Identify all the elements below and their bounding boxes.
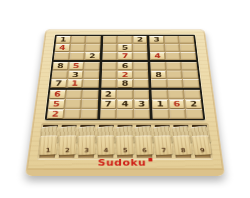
cell-r6c3[interactable] [83, 79, 99, 88]
cell-r9c6[interactable] [134, 109, 150, 118]
cell-r8c3[interactable] [82, 100, 98, 109]
tile-7-r3c5[interactable]: 7 [118, 53, 131, 60]
tray-slot-label: 8 [174, 148, 192, 154]
sudoku-logo: Sudoku [26, 158, 224, 167]
cell-r6c4[interactable] [101, 79, 117, 88]
cell-r9c8[interactable] [169, 109, 186, 118]
cell-r3c6[interactable] [133, 52, 148, 60]
tray-tile-stack-front[interactable]: 7 [154, 135, 173, 155]
cell-r9c7[interactable] [153, 109, 170, 118]
sudoku-grid: 142257348537162886522743162 [45, 35, 206, 121]
cell-r2c4[interactable] [102, 44, 117, 52]
cell-r4c1[interactable]: 8 [53, 62, 69, 70]
tile-6-r4c5[interactable]: 6 [118, 62, 131, 69]
tile-2-r3c3[interactable]: 2 [86, 53, 99, 60]
box-8: 2743 [100, 90, 150, 119]
tray-slot-6[interactable]: 6 [136, 125, 152, 158]
cell-r4c8[interactable] [166, 62, 182, 70]
cell-r1c6[interactable]: 2 [133, 36, 147, 43]
cell-r5c3[interactable] [84, 70, 100, 78]
cell-r9c2[interactable] [64, 109, 81, 118]
cell-r9c5[interactable] [117, 109, 133, 118]
tile-rack: 123456789 [37, 123, 213, 159]
cell-r9c1[interactable]: 2 [47, 109, 64, 118]
cell-r4c5[interactable]: 6 [117, 62, 132, 70]
tray-slot-2[interactable]: 2 [59, 125, 77, 158]
tile-2-r5c5[interactable]: 2 [118, 71, 131, 78]
tile-1-r6c2[interactable]: 1 [68, 80, 82, 87]
tray-slot-label: 1 [39, 148, 57, 154]
cell-r2c1[interactable]: 4 [55, 44, 70, 52]
box-3: 34 [149, 36, 196, 60]
box-1: 142 [54, 36, 101, 60]
cell-r9c3[interactable] [81, 109, 98, 118]
tray-tile-stack-front[interactable]: 6 [135, 135, 154, 155]
cell-r3c3[interactable]: 2 [85, 52, 100, 60]
cell-r3c9[interactable] [181, 52, 196, 60]
tray-slot-9[interactable]: 9 [192, 125, 211, 158]
cell-r7c2[interactable] [66, 90, 82, 99]
cell-r2c6[interactable] [133, 44, 148, 52]
tile-6-r7c1[interactable]: 6 [50, 91, 65, 98]
cell-r4c3[interactable] [84, 62, 99, 70]
cell-r6c2[interactable]: 1 [67, 79, 83, 88]
tray-slot-label: 5 [117, 148, 135, 154]
cell-r4c7[interactable] [151, 62, 166, 70]
tile-5-r2c5[interactable]: 5 [119, 44, 132, 50]
cell-r6c7[interactable] [151, 79, 167, 88]
cell-r4c2[interactable]: 5 [68, 62, 84, 70]
photo-background: 142257348537162886522743162 123456789 Su… [0, 0, 250, 198]
cell-r1c2[interactable] [71, 36, 86, 43]
sudoku-board: 142257348537162886522743162 123456789 Su… [25, 29, 225, 176]
cell-r2c3[interactable] [85, 44, 100, 52]
tray-slot-label: 9 [194, 148, 212, 154]
logo-mark-icon [148, 158, 152, 161]
cell-r4c6[interactable] [133, 62, 148, 70]
cell-r8c9[interactable]: 2 [185, 100, 202, 109]
cell-r8c4[interactable]: 7 [100, 100, 116, 109]
cell-r5c8[interactable] [167, 70, 183, 78]
cell-r8c8[interactable]: 6 [169, 100, 186, 109]
cell-r5c2[interactable]: 3 [68, 70, 84, 78]
tray-tile-stack-front[interactable]: 4 [97, 135, 115, 155]
tile-7-r6c1[interactable]: 7 [51, 80, 65, 87]
tray-slot-7[interactable]: 7 [155, 125, 172, 158]
cell-r1c8[interactable] [164, 36, 179, 43]
cell-r7c9[interactable] [184, 90, 200, 99]
cell-r5c9[interactable] [183, 70, 199, 78]
tile-2-r8c9[interactable]: 2 [186, 100, 201, 108]
cell-r4c4[interactable] [102, 62, 117, 70]
tray-tile-stack-front[interactable]: 3 [78, 135, 96, 155]
cell-r3c2[interactable] [69, 52, 84, 60]
cell-r8c2[interactable] [65, 100, 82, 109]
cell-r6c9[interactable] [183, 79, 199, 88]
cell-r9c4[interactable] [100, 109, 116, 118]
tile-4-r3c7[interactable]: 4 [151, 53, 164, 60]
cell-r8c6[interactable]: 3 [134, 100, 150, 109]
logo-text: Sudoku [98, 157, 147, 168]
cell-r2c9[interactable] [180, 44, 195, 52]
cell-r6c5[interactable]: 8 [117, 79, 132, 88]
cell-r6c8[interactable] [167, 79, 183, 88]
cell-r7c3[interactable] [82, 90, 98, 99]
cell-r1c7[interactable]: 3 [149, 36, 164, 43]
tile-2-r7c4[interactable]: 2 [101, 91, 115, 98]
cell-r1c9[interactable] [179, 36, 194, 43]
tray-tile-stack-front[interactable]: 2 [59, 135, 77, 155]
tray-tile-stack-front[interactable]: 8 [173, 135, 193, 155]
cell-r5c4[interactable] [101, 70, 116, 78]
tile-1-r8c7[interactable]: 1 [153, 100, 167, 108]
cell-r1c3[interactable] [86, 36, 101, 43]
tray-slot-1[interactable]: 1 [39, 125, 58, 158]
tray-slot-label: 3 [78, 148, 95, 154]
box-4: 85371 [50, 62, 99, 88]
tile-8-r4c1[interactable]: 8 [53, 62, 67, 69]
tile-5-r8c1[interactable]: 5 [49, 100, 64, 108]
cell-r5c7[interactable]: 8 [151, 70, 167, 78]
tray-tile-stack-front[interactable]: 1 [39, 135, 57, 155]
cell-r7c4[interactable]: 2 [101, 90, 117, 99]
cell-r1c5[interactable] [118, 36, 132, 43]
cell-r6c1[interactable]: 7 [50, 79, 66, 88]
cell-r3c4[interactable] [102, 52, 117, 60]
tile-6-r8c8[interactable]: 6 [170, 100, 185, 108]
tile-8-r6c5[interactable]: 8 [118, 80, 132, 87]
tile-4-r8c5[interactable]: 4 [118, 100, 132, 108]
tray-slot-3[interactable]: 3 [78, 125, 95, 158]
tile-5-r4c2[interactable]: 5 [69, 62, 83, 69]
tray-slot-4[interactable]: 4 [98, 125, 114, 158]
tile-2-r1c6[interactable]: 2 [134, 36, 147, 42]
tile-3-r8c6[interactable]: 3 [135, 100, 149, 108]
cell-r8c5[interactable]: 4 [117, 100, 133, 109]
cell-r3c8[interactable] [165, 52, 180, 60]
box-6: 8 [151, 62, 200, 88]
box-2: 257 [102, 36, 148, 60]
cell-r5c5[interactable]: 2 [117, 70, 132, 78]
box-7: 652 [47, 90, 99, 119]
cell-r7c5[interactable] [117, 90, 133, 99]
tile-4-r2c1[interactable]: 4 [56, 44, 69, 50]
tray-slot-label: 2 [59, 148, 77, 154]
tile-7-r8c4[interactable]: 7 [101, 100, 115, 108]
cell-r6c6[interactable] [133, 79, 149, 88]
tray-tile-stack-front[interactable]: 9 [191, 135, 212, 155]
cell-r1c1[interactable]: 1 [56, 36, 71, 43]
cell-r5c1[interactable] [51, 70, 67, 78]
cell-r2c2[interactable] [70, 44, 85, 52]
box-5: 628 [101, 62, 149, 88]
cell-r4c9[interactable] [182, 62, 198, 70]
tray-slot-8[interactable]: 8 [173, 125, 191, 158]
tile-3-r5c2[interactable]: 3 [68, 71, 82, 78]
cell-r2c5[interactable]: 5 [118, 44, 133, 52]
tile-1-r1c1[interactable]: 1 [57, 36, 70, 42]
cell-r2c8[interactable] [165, 44, 180, 52]
cell-r9c9[interactable] [186, 109, 203, 118]
cell-r7c6[interactable] [134, 90, 150, 99]
box-9: 162 [152, 90, 204, 119]
cell-r3c5[interactable]: 7 [118, 52, 133, 60]
cell-r1c4[interactable] [103, 36, 117, 43]
tray-slot-label: 4 [97, 148, 115, 154]
tray-tile-stack-front[interactable]: 5 [116, 135, 134, 155]
tile-8-r5c7[interactable]: 8 [152, 71, 166, 78]
cell-r3c1[interactable] [54, 52, 69, 60]
tray-slot-5[interactable]: 5 [117, 125, 133, 158]
tray-slot-label: 7 [155, 148, 173, 154]
cell-r7c7[interactable] [152, 90, 168, 99]
tile-2-r9c1[interactable]: 2 [48, 110, 63, 118]
cell-r2c7[interactable] [150, 44, 165, 52]
cell-r5c6[interactable] [133, 70, 148, 78]
tile-3-r1c7[interactable]: 3 [150, 36, 163, 42]
cell-r7c1[interactable]: 6 [49, 90, 65, 99]
tray-slot-label: 6 [136, 148, 154, 154]
cell-r8c1[interactable]: 5 [48, 100, 65, 109]
cell-r7c8[interactable] [168, 90, 184, 99]
cell-r8c7[interactable]: 1 [152, 100, 168, 109]
cell-r3c7[interactable]: 4 [150, 52, 165, 60]
